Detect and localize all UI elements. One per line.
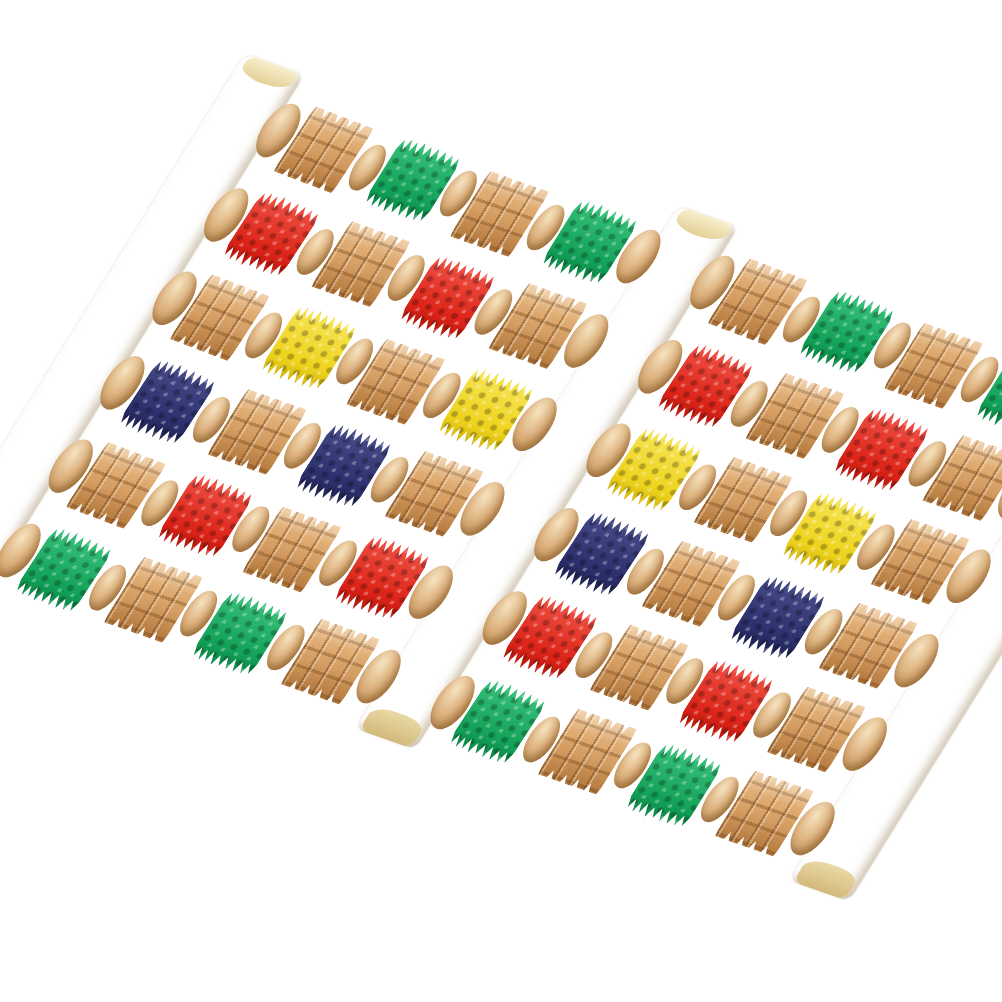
massager-board — [0, 68, 1002, 895]
product-photo — [0, 0, 1002, 1002]
